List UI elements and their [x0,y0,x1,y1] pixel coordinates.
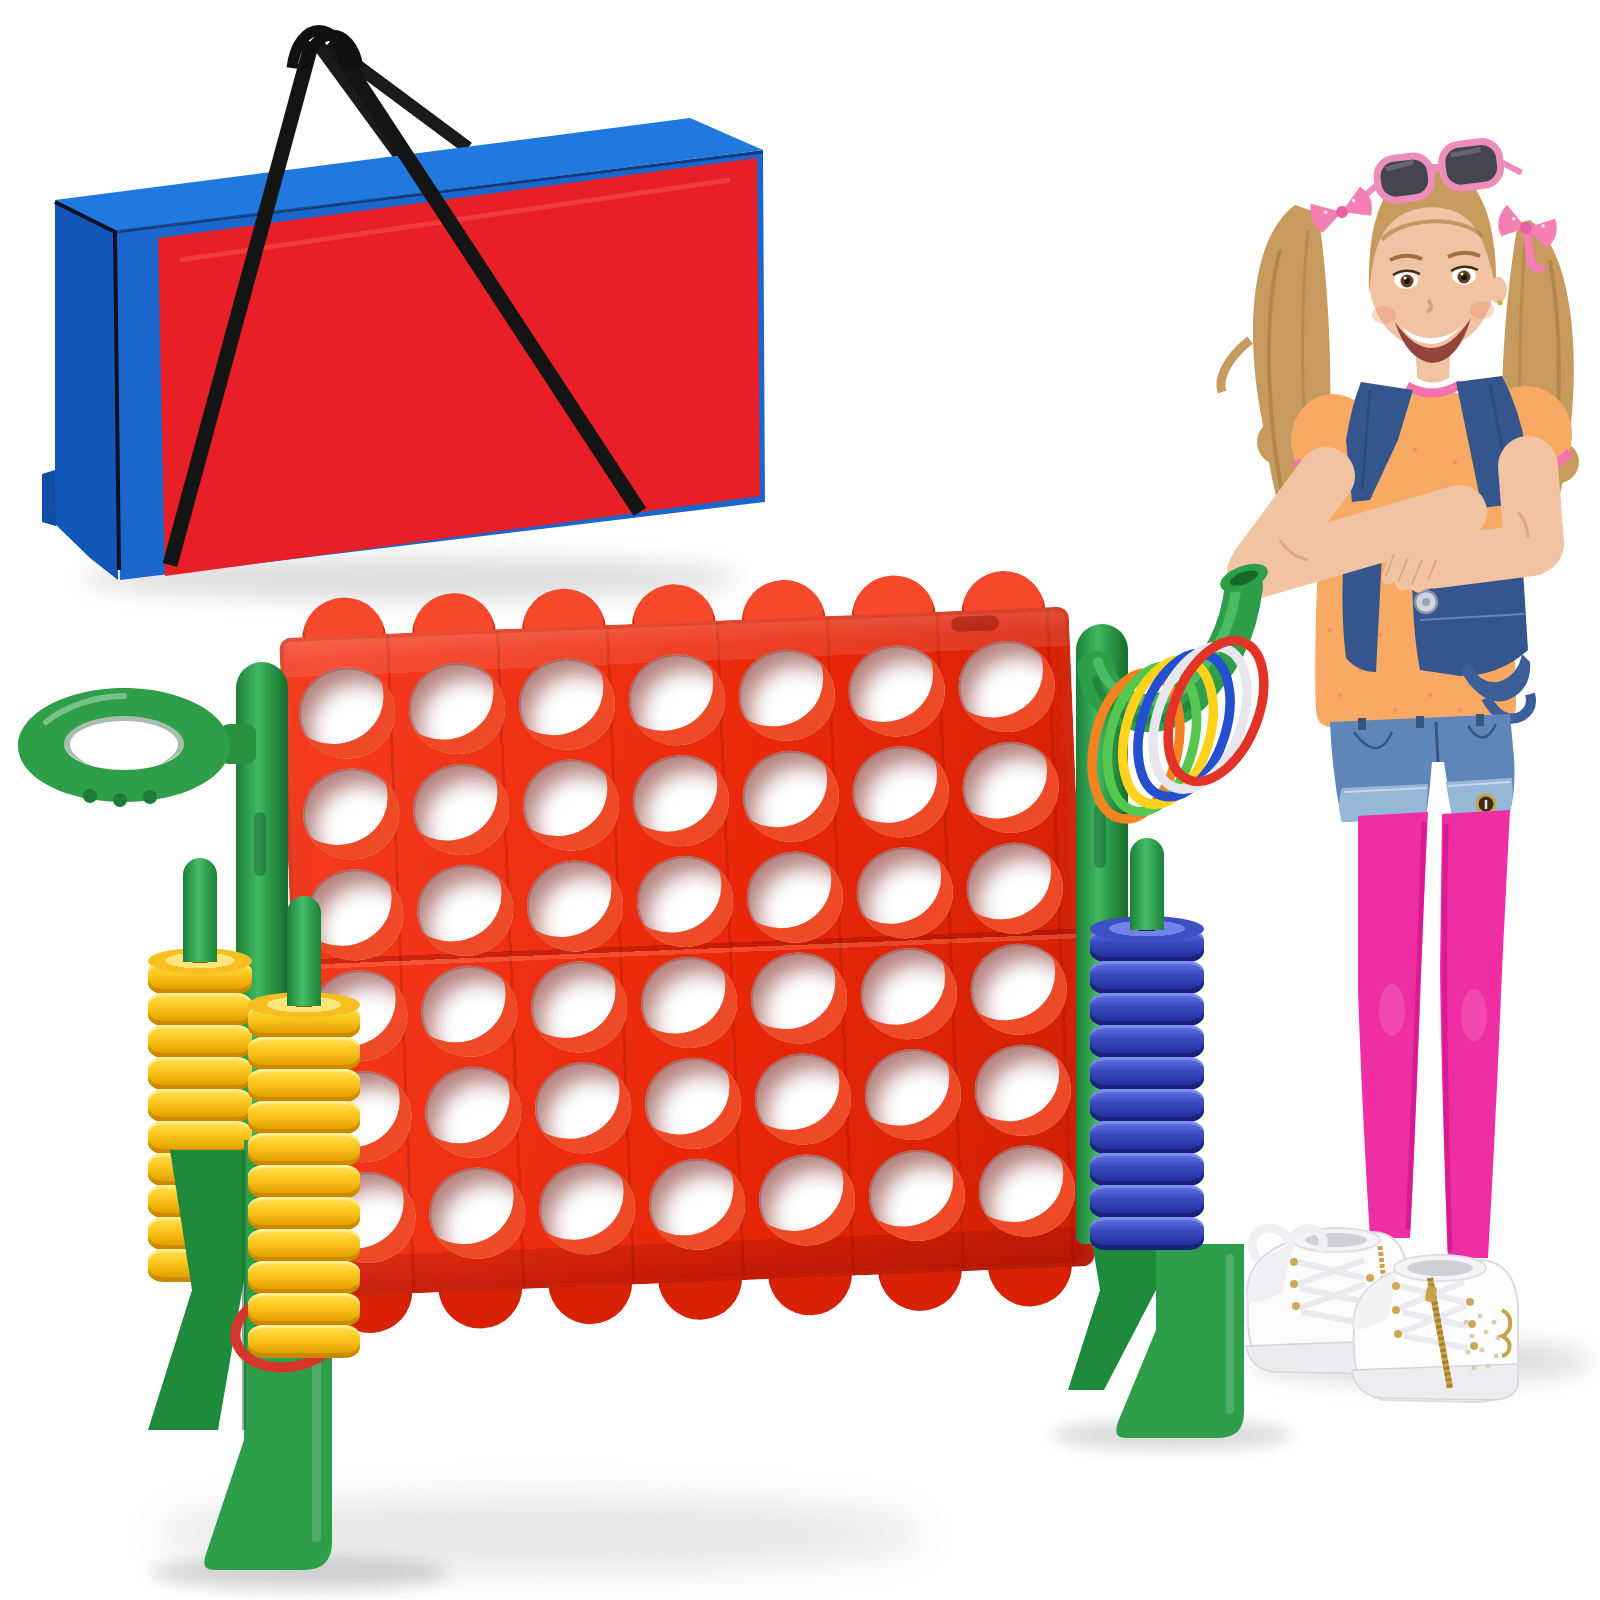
board-cell-r6c3 [530,1156,644,1261]
board-hole [627,652,727,747]
board-hole [415,863,515,958]
board-cell-r5c7 [966,1037,1080,1142]
yellow-disc [148,1025,252,1058]
board-cell-r3c4 [628,849,742,954]
board-cell-r2c5 [734,744,848,849]
board-cell-r1c6 [840,638,954,743]
yellow-disc [148,1057,252,1090]
blue-disc [1090,1057,1204,1090]
yellow-disc [248,1101,360,1134]
board-hole [859,946,959,1041]
board-hole [863,1047,963,1142]
board-cell-r2c2 [404,757,518,862]
board-hole [855,845,955,940]
board-cell-r2c4 [624,748,738,853]
board-cell-r5c4 [636,1051,750,1156]
board-cell-r1c5 [730,643,844,748]
board-hole [407,661,507,756]
board-hole [301,767,401,862]
yellow-front-peg [287,896,321,1006]
blue-disc [1090,1185,1204,1218]
board-hole [757,1153,857,1248]
board-cell-r6c7 [970,1138,1084,1243]
yellow-disc [248,1325,360,1358]
board-cell-r6c5 [750,1147,864,1252]
yellow-disc [248,1037,360,1070]
board-hole [977,1144,1077,1239]
board-cell-r5c6 [856,1042,970,1147]
board-hole [647,1157,747,1252]
toss-rings [1080,627,1283,827]
board-hole [419,964,519,1059]
four-in-a-row-board [279,606,1095,1297]
board-cell-r2c6 [844,739,958,844]
board-cell-r5c2 [416,1060,530,1165]
board-cell-r4c5 [742,945,856,1050]
yellow-disc [248,1197,360,1230]
product-photo-scene [0,0,1600,1600]
yellow-disc [148,993,252,1026]
board-hole [533,1060,633,1155]
yellow-disc [148,1089,252,1122]
board-handle-slot [951,615,1000,632]
board-hole [973,1043,1073,1138]
board-cell-r4c3 [522,954,636,1059]
board-cell-r2c1 [294,761,408,866]
board-hole [631,753,731,848]
storage-bag [30,10,810,620]
board-hole [537,1161,637,1256]
board-cell-r1c1 [290,660,404,765]
board-hole [969,942,1069,1037]
blue-disc [1090,961,1204,994]
bag-left-foot [42,470,56,526]
blue-disc [1090,1025,1204,1058]
yellow-disc [248,1261,360,1294]
yellow-disc [248,1069,360,1102]
board-hole [643,1056,743,1151]
yellow-back-peg [183,858,217,962]
blue-disc [1090,993,1204,1026]
board-hole [737,648,837,743]
board-hole [517,657,617,752]
board-cell-r2c3 [514,752,628,857]
board-cell-r3c6 [848,840,962,945]
board-hole [851,744,951,839]
blue-disc [1090,1217,1204,1250]
girl-cheek-right [1470,301,1494,319]
girl-shorts [1330,714,1515,822]
board-hole [846,644,946,739]
yellow-disc [248,1229,360,1262]
blue-disc-stack [1090,916,1204,1250]
board-cell-r5c5 [746,1046,860,1151]
board-hole [427,1166,527,1261]
board-hole [635,854,735,949]
board-cell-r1c2 [400,656,514,761]
board-hole [867,1148,967,1243]
board-cell-r6c6 [860,1143,974,1248]
frame-foot-right [1060,1230,1260,1450]
blue-disc [1090,1089,1204,1122]
board-cell-r5c3 [526,1055,640,1160]
bag-left-face [55,200,118,580]
board-cell-r1c3 [510,651,624,756]
board-hole [753,1052,853,1147]
board-cell-r4c2 [412,959,526,1064]
board-cell-r6c4 [640,1152,754,1257]
girl-ear [1489,277,1507,303]
yellow-disc [248,1133,360,1166]
ring-toss-tube [1040,540,1300,860]
board-hole [423,1065,523,1160]
mini-hoop [6,672,256,822]
girl-collar [1407,384,1461,393]
board-cell-r4c6 [852,941,966,1046]
board-hole [521,758,621,853]
board-cell-r1c4 [620,647,734,752]
blue-disc [1090,1153,1204,1186]
board-hole [297,666,397,761]
board-cell-r4c7 [962,937,1076,1042]
hair-bow-left [1307,185,1376,235]
board-cell-r6c2 [420,1160,534,1265]
board-hole [529,960,629,1055]
board-cell-r4c4 [632,950,746,1055]
board-grid [290,634,1084,1270]
board-hole [741,749,841,844]
girl-cheek-left [1372,306,1396,324]
yellow-disc-stack-front [248,992,360,1358]
girl-tights [1358,810,1510,1258]
yellow-disc [248,1165,360,1198]
board-hole [411,762,511,857]
blue-stack-peg [1130,838,1164,930]
board-cell-r3c2 [408,858,522,963]
yellow-disc [248,1293,360,1326]
girl-earring [1498,301,1503,306]
board-hole [525,859,625,954]
board-cell-r3c5 [738,844,852,949]
blue-disc [1090,1121,1204,1154]
board-hole [749,951,849,1046]
board-cell-r3c3 [518,853,632,958]
board-hole [745,850,845,945]
board-hole [639,955,739,1050]
